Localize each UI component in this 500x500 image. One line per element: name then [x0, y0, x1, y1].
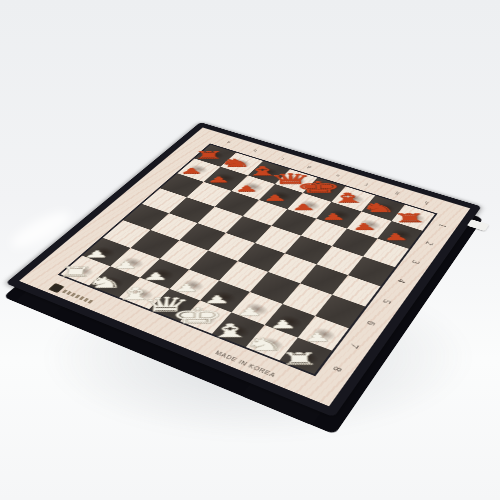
square-c8[interactable] — [119, 277, 170, 309]
square-e7[interactable] — [200, 280, 250, 312]
piece-ivory-white-bishop-f8[interactable]: ♝ — [212, 313, 265, 348]
square-g5[interactable] — [300, 264, 348, 295]
piece-ivory-white-pawn-d7[interactable]: ♟ — [168, 270, 219, 302]
pawn-glyph: ♟ — [160, 167, 224, 175]
pawn-glyph: ♟ — [330, 222, 400, 231]
bishop-glyph: ♝ — [191, 321, 270, 340]
square-g8[interactable] — [245, 325, 297, 361]
square-f7[interactable] — [232, 292, 283, 325]
square-f5[interactable] — [268, 253, 316, 283]
square-h7[interactable] — [298, 316, 349, 351]
pawn-glyph: ♟ — [118, 271, 192, 281]
board-wood-border: 12345678 abcdefgh MADE IN KOREA ♜♞♝♛♚♝♞♜… — [19, 128, 470, 407]
square-g7[interactable] — [264, 303, 315, 337]
square-h5[interactable] — [332, 275, 381, 307]
piece-ivory-white-knight-b8[interactable]: ♞ — [87, 267, 138, 298]
pawn-glyph: ♟ — [300, 212, 369, 221]
pawn-glyph: ♟ — [270, 203, 337, 212]
square-e5[interactable] — [238, 243, 286, 272]
piece-ivory-white-pawn-h7[interactable]: ♟ — [298, 317, 350, 352]
chess-board: 12345678 abcdefgh MADE IN KOREA ♜♞♝♛♚♝♞♜… — [19, 128, 470, 407]
square-d8[interactable] — [149, 289, 200, 322]
piece-ivory-white-pawn-f7[interactable]: ♟ — [231, 292, 282, 325]
square-d7[interactable] — [170, 269, 220, 300]
square-h6[interactable] — [315, 295, 365, 328]
piece-ivory-white-bishop-c8[interactable]: ♝ — [117, 278, 169, 310]
knight-glyph: ♞ — [67, 275, 143, 290]
piece-ivory-white-queen-d8[interactable]: ♛ — [147, 289, 199, 322]
rook-glyph: ♜ — [259, 350, 340, 367]
square-f6[interactable] — [250, 272, 299, 303]
piece-ivory-white-knight-g8[interactable]: ♞ — [245, 326, 298, 362]
square-h8[interactable] — [279, 337, 332, 374]
piece-ivory-white-pawn-g7[interactable]: ♟ — [264, 304, 316, 338]
piece-ivory-white-pawn-e7[interactable]: ♟ — [199, 281, 250, 314]
piece-ivory-white-king-e8[interactable]: ♚ — [179, 301, 231, 335]
square-f8[interactable] — [212, 312, 264, 347]
knight-glyph: ♞ — [224, 336, 304, 353]
pawn-glyph: ♟ — [360, 232, 431, 241]
queen-glyph: ♛ — [127, 294, 204, 314]
pawn-glyph: ♟ — [244, 319, 322, 331]
pawn-glyph: ♟ — [148, 283, 223, 294]
king-glyph: ♚ — [158, 305, 236, 327]
pawn-glyph: ♟ — [242, 194, 308, 202]
square-b8[interactable] — [89, 266, 139, 297]
pawn-glyph: ♟ — [211, 306, 288, 317]
brand-logo-icon — [48, 283, 65, 293]
pawn-glyph: ♟ — [60, 249, 133, 259]
square-e6[interactable] — [219, 261, 268, 292]
perspective-scene: 12345678 abcdefgh MADE IN KOREA ♜♞♝♛♚♝♞♜… — [0, 0, 500, 500]
square-e8[interactable] — [180, 300, 232, 334]
photo-stage: 12345678 abcdefgh MADE IN KOREA ♜♞♝♛♚♝♞♜… — [0, 0, 500, 500]
pawn-glyph: ♟ — [186, 176, 251, 184]
pawn-glyph: ♟ — [214, 185, 280, 193]
bishop-glyph: ♝ — [96, 285, 173, 302]
square-g6[interactable] — [282, 283, 332, 315]
piece-ivory-white-rook-h8[interactable]: ♜ — [280, 339, 334, 376]
piece-ivory-white-pawn-c7[interactable]: ♟ — [138, 259, 188, 290]
piece-ivory-white-pawn-a7[interactable]: ♟ — [80, 237, 129, 266]
